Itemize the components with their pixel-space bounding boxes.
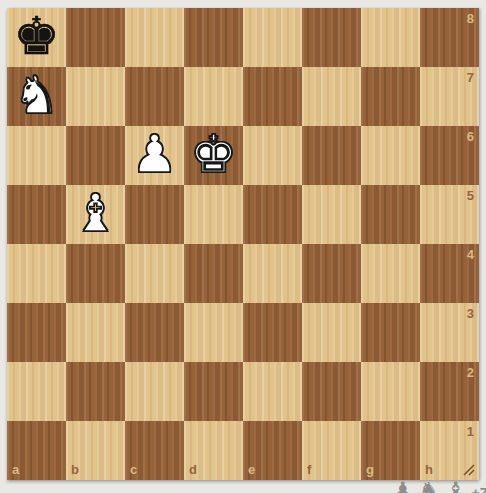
square-d2[interactable] xyxy=(184,362,243,421)
square-c7[interactable] xyxy=(125,67,184,126)
square-d7[interactable] xyxy=(184,67,243,126)
square-f4[interactable] xyxy=(302,244,361,303)
square-b7[interactable] xyxy=(66,67,125,126)
square-d3[interactable] xyxy=(184,303,243,362)
square-e4[interactable] xyxy=(243,244,302,303)
square-d1[interactable]: d xyxy=(184,421,243,480)
square-b2[interactable] xyxy=(66,362,125,421)
piece-white-pawn[interactable]: ♟ xyxy=(125,126,184,185)
captured-knight-icon: ♞ xyxy=(419,478,441,493)
square-d4[interactable] xyxy=(184,244,243,303)
square-e6[interactable] xyxy=(243,126,302,185)
square-a3[interactable] xyxy=(7,303,66,362)
square-f5[interactable] xyxy=(302,185,361,244)
square-e3[interactable] xyxy=(243,303,302,362)
square-a6[interactable] xyxy=(7,126,66,185)
square-g5[interactable] xyxy=(361,185,420,244)
square-g3[interactable] xyxy=(361,303,420,362)
square-g2[interactable] xyxy=(361,362,420,421)
captured-pawn-icon: ♟ xyxy=(392,478,414,493)
square-a2[interactable] xyxy=(7,362,66,421)
square-c2[interactable] xyxy=(125,362,184,421)
square-c3[interactable] xyxy=(125,303,184,362)
square-h5[interactable]: 5 xyxy=(420,185,479,244)
rank-label-4: 4 xyxy=(467,248,474,261)
file-label-e: e xyxy=(248,463,255,476)
square-b8[interactable] xyxy=(66,8,125,67)
square-e5[interactable] xyxy=(243,185,302,244)
square-f2[interactable] xyxy=(302,362,361,421)
square-a4[interactable] xyxy=(7,244,66,303)
square-b1[interactable]: b xyxy=(66,421,125,480)
square-e2[interactable] xyxy=(243,362,302,421)
square-d5[interactable] xyxy=(184,185,243,244)
square-c4[interactable] xyxy=(125,244,184,303)
square-f8[interactable] xyxy=(302,8,361,67)
square-b3[interactable] xyxy=(66,303,125,362)
square-b5[interactable]: ♝ xyxy=(66,185,125,244)
square-d8[interactable] xyxy=(184,8,243,67)
file-label-c: c xyxy=(130,463,137,476)
rank-label-3: 3 xyxy=(467,307,474,320)
square-c1[interactable]: c xyxy=(125,421,184,480)
board-resize-handle-icon[interactable] xyxy=(462,463,476,477)
piece-black-king[interactable]: ♚ xyxy=(7,8,66,67)
square-f6[interactable] xyxy=(302,126,361,185)
page: ♚8♞7♟♚6♝5432abcdefg1h ♟♞♝+7 xyxy=(0,0,486,493)
file-label-h: h xyxy=(425,463,433,476)
piece-white-king[interactable]: ♚ xyxy=(184,126,243,185)
square-d6[interactable]: ♚ xyxy=(184,126,243,185)
square-g8[interactable] xyxy=(361,8,420,67)
square-c5[interactable] xyxy=(125,185,184,244)
rank-label-2: 2 xyxy=(467,366,474,379)
square-a8[interactable]: ♚ xyxy=(7,8,66,67)
file-label-g: g xyxy=(366,463,374,476)
material-advantage: ♟♞♝+7 xyxy=(392,478,486,493)
square-c8[interactable] xyxy=(125,8,184,67)
square-e1[interactable]: e xyxy=(243,421,302,480)
square-a5[interactable] xyxy=(7,185,66,244)
rank-label-6: 6 xyxy=(467,130,474,143)
file-label-a: a xyxy=(12,463,19,476)
square-f1[interactable]: f xyxy=(302,421,361,480)
square-a7[interactable]: ♞ xyxy=(7,67,66,126)
square-b6[interactable] xyxy=(66,126,125,185)
chess-board: ♚8♞7♟♚6♝5432abcdefg1h xyxy=(7,8,479,480)
file-label-f: f xyxy=(307,463,311,476)
square-f7[interactable] xyxy=(302,67,361,126)
square-h2[interactable]: 2 xyxy=(420,362,479,421)
material-advantage-value: +7 xyxy=(472,485,486,493)
square-f3[interactable] xyxy=(302,303,361,362)
square-c6[interactable]: ♟ xyxy=(125,126,184,185)
square-g7[interactable] xyxy=(361,67,420,126)
square-h3[interactable]: 3 xyxy=(420,303,479,362)
square-g6[interactable] xyxy=(361,126,420,185)
file-label-b: b xyxy=(71,463,79,476)
square-h4[interactable]: 4 xyxy=(420,244,479,303)
square-e8[interactable] xyxy=(243,8,302,67)
piece-white-bishop[interactable]: ♝ xyxy=(66,185,125,244)
piece-white-knight[interactable]: ♞ xyxy=(7,67,66,126)
square-h7[interactable]: 7 xyxy=(420,67,479,126)
square-g1[interactable]: g xyxy=(361,421,420,480)
square-b4[interactable] xyxy=(66,244,125,303)
square-h6[interactable]: 6 xyxy=(420,126,479,185)
rank-label-5: 5 xyxy=(467,189,474,202)
rank-label-1: 1 xyxy=(467,425,474,438)
square-g4[interactable] xyxy=(361,244,420,303)
rank-label-7: 7 xyxy=(467,71,474,84)
rank-label-8: 8 xyxy=(467,12,474,25)
captured-bishop-icon: ♝ xyxy=(445,478,467,493)
square-h8[interactable]: 8 xyxy=(420,8,479,67)
file-label-d: d xyxy=(189,463,197,476)
square-e7[interactable] xyxy=(243,67,302,126)
square-a1[interactable]: a xyxy=(7,421,66,480)
